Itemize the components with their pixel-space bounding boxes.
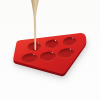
- photo-stage: [0, 0, 100, 100]
- scene-image: [0, 0, 100, 100]
